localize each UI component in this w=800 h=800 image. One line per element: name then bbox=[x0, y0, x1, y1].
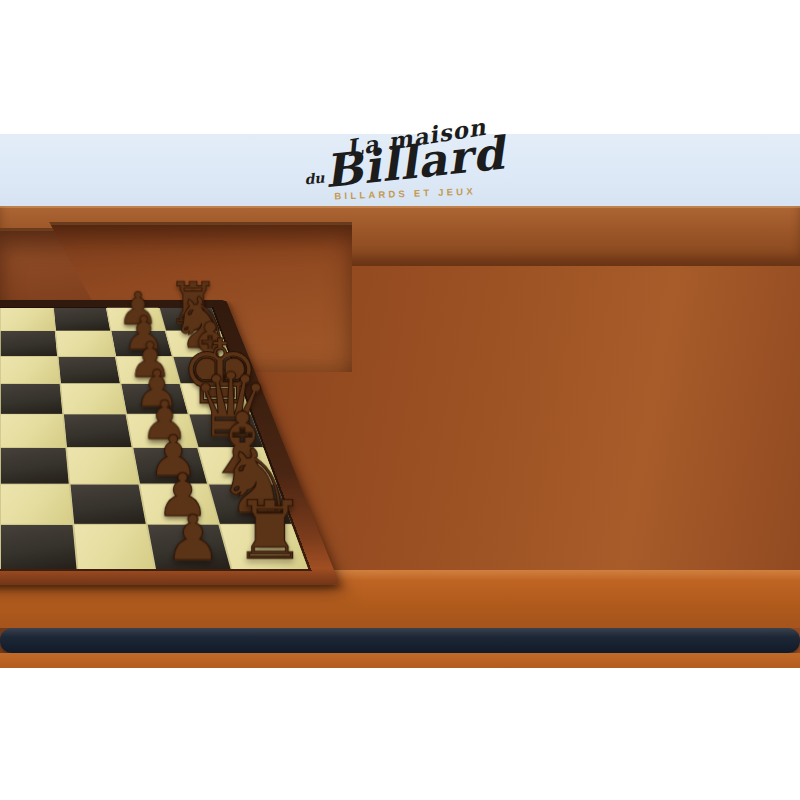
square-a5[interactable] bbox=[1, 525, 76, 569]
chessboard-frame: ♜♟♟♜♞♟♟♞♝♟♟♝♚♟♟♚♛♟♟♛♝♟♟♝♞♟♟♞♜♟♟♜ bbox=[0, 300, 340, 585]
product-photo: ♜♟♟♜♞♟♟♞♝♟♟♝♚♟♟♚♛♟♟♛♝♟♟♝♞♟♟♞♜♟♟♜ La mais… bbox=[0, 0, 800, 800]
square-c5[interactable] bbox=[1, 448, 69, 484]
brand-line2-prefix: du bbox=[303, 169, 325, 187]
square-e5[interactable] bbox=[1, 384, 62, 413]
square-g6[interactable] bbox=[56, 331, 114, 356]
image-bottom-whitespace bbox=[0, 668, 800, 800]
chess-board: ♜♟♟♜♞♟♟♞♝♟♟♝♚♟♟♚♛♟♟♛♝♟♟♝♞♟♟♞♜♟♟♜ bbox=[0, 308, 308, 569]
black-pawn[interactable]: ♟ bbox=[165, 511, 221, 567]
square-a8[interactable]: ♜ bbox=[220, 525, 308, 569]
square-f5[interactable] bbox=[1, 357, 60, 384]
square-b6[interactable] bbox=[70, 484, 145, 524]
square-c6[interactable] bbox=[67, 448, 138, 484]
table-drawer-groove bbox=[0, 628, 800, 653]
square-h6[interactable] bbox=[54, 308, 110, 331]
square-g5[interactable] bbox=[1, 331, 57, 356]
square-e6[interactable] bbox=[61, 384, 125, 413]
brand-line2-main: Billard bbox=[323, 134, 507, 192]
square-a7[interactable]: ♟ bbox=[147, 525, 231, 569]
square-f6[interactable] bbox=[58, 357, 119, 384]
square-b5[interactable] bbox=[1, 484, 72, 524]
chessboard-scene: ♜♟♟♜♞♟♟♞♝♟♟♝♚♟♟♚♛♟♟♛♝♟♟♝♞♟♟♞♜♟♟♜ bbox=[0, 24, 340, 585]
brand-logo: La maison du Billard BILLARDS ET JEUX bbox=[303, 121, 505, 203]
table-apron-lower bbox=[0, 653, 800, 668]
square-h5[interactable] bbox=[1, 308, 55, 331]
square-d5[interactable] bbox=[1, 414, 65, 446]
black-rook[interactable]: ♜ bbox=[234, 495, 306, 567]
square-a6[interactable] bbox=[74, 525, 153, 569]
square-d6[interactable] bbox=[64, 414, 131, 446]
